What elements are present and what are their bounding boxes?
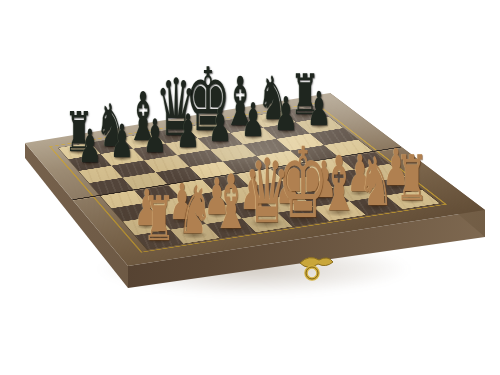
brass-clasp: [296, 252, 336, 288]
board-squares-grid: [58, 106, 439, 249]
chess-set-photo: ♜♞♝♟♚♟♛♟♝♟♞♟♜♟♟♟♟♟♟♜♟♞♟♝♟♚♟♛♟♝♞♜: [0, 0, 500, 375]
